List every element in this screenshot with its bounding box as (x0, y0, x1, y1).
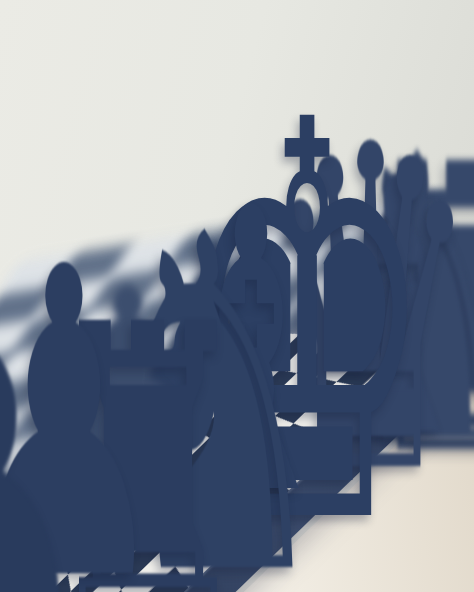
photo-scene: ♜ ♞ ♝ ♛ ♟ ♚ ♝ ♞ ♟ ♜ ♟ ♟ (0, 0, 474, 592)
piece-pawn-h7[interactable]: ♟ (0, 215, 104, 592)
